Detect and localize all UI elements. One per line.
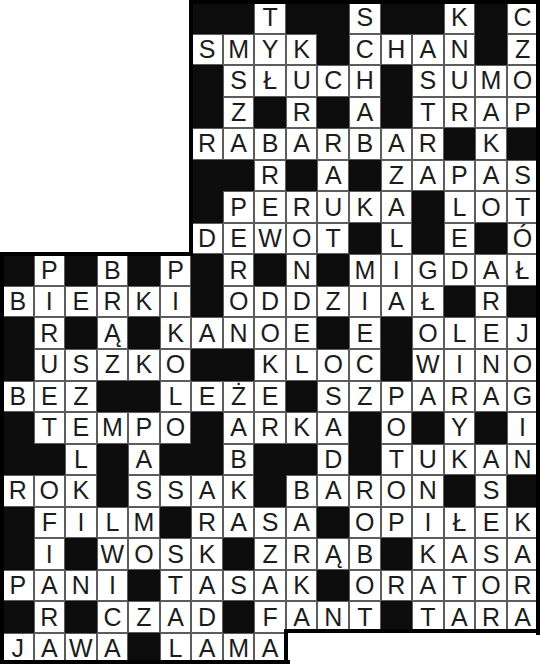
cell-r11c8[interactable]: N	[223, 317, 255, 349]
cell-r4c11	[317, 97, 349, 129]
cell-r7c14	[412, 191, 444, 223]
cell-r16c12[interactable]: R	[349, 475, 381, 507]
cell-r13c11[interactable]: S	[317, 381, 349, 413]
cell-r5c14[interactable]: R	[412, 128, 444, 160]
cell-r16c6[interactable]: S	[160, 475, 192, 507]
cell-r11c11	[317, 317, 349, 349]
cell-r4c10[interactable]: R	[286, 97, 318, 129]
cell-r2c10[interactable]: K	[286, 34, 318, 66]
cell-r15c13[interactable]: T	[381, 444, 413, 476]
cell-r20c7[interactable]: D	[191, 601, 223, 633]
cell-r8c11[interactable]: T	[317, 223, 349, 255]
cell-r13c9[interactable]: E	[254, 381, 286, 413]
cell-r13c16[interactable]: A	[475, 381, 507, 413]
cell-r17c4[interactable]: L	[97, 507, 129, 539]
cell-r15c4	[97, 444, 129, 476]
cell-r2c16	[475, 34, 507, 66]
cell-r10c14[interactable]: Ł	[412, 286, 444, 318]
cell-r19c10[interactable]: K	[286, 570, 318, 602]
cell-r10c8[interactable]: O	[223, 286, 255, 318]
cell-r15c8[interactable]: B	[223, 444, 255, 476]
cell-r14c7	[191, 412, 223, 444]
cell-r15c6	[160, 444, 192, 476]
cell-r11c13	[381, 317, 413, 349]
border-row20-bottom	[284, 629, 540, 633]
cell-r2c7[interactable]: S	[191, 34, 223, 66]
cell-r9c4[interactable]: B	[97, 254, 129, 286]
cell-r11c3	[65, 317, 97, 349]
cell-r14c13[interactable]: O	[381, 412, 413, 444]
cell-r7c7	[191, 191, 223, 223]
cell-r15c14[interactable]: U	[412, 444, 444, 476]
cell-r5c12[interactable]: B	[349, 128, 381, 160]
cell-r8c17[interactable]: Ó	[507, 223, 539, 255]
cell-r6c7	[191, 160, 223, 192]
crossword-grid: TSKCSMYKCHANZSŁUCHSUMOZRATRAPRABARBARKRA…	[2, 2, 538, 664]
cell-r14c12	[349, 412, 381, 444]
cell-r11c2[interactable]: R	[34, 317, 66, 349]
cell-r19c15[interactable]: T	[444, 570, 476, 602]
cell-r18c10[interactable]: R	[286, 538, 318, 570]
cell-r11c6[interactable]: K	[160, 317, 192, 349]
cell-r18c17[interactable]: A	[507, 538, 539, 570]
cell-r11c4[interactable]: Ą	[97, 317, 129, 349]
cell-r14c4[interactable]: M	[97, 412, 129, 444]
cell-r8c7[interactable]: D	[191, 223, 223, 255]
cell-r5c15	[444, 128, 476, 160]
border-bottom-block-top	[0, 252, 193, 256]
cell-r6c17[interactable]: S	[507, 160, 539, 192]
cell-r1c17[interactable]: C	[507, 2, 539, 34]
cell-r10c11[interactable]: Z	[317, 286, 349, 318]
cell-r13c3[interactable]: Z	[65, 381, 97, 413]
cell-r2c14[interactable]: A	[412, 34, 444, 66]
cell-r7c10[interactable]: R	[286, 191, 318, 223]
cell-r11c7[interactable]: A	[191, 317, 223, 349]
cell-r16c16[interactable]: S	[475, 475, 507, 507]
cell-r4c8[interactable]: Z	[223, 97, 255, 129]
cell-r15c10	[286, 444, 318, 476]
cell-r6c14[interactable]: A	[412, 160, 444, 192]
cell-r12c17[interactable]: O	[507, 349, 539, 381]
cell-r16c1[interactable]: R	[2, 475, 34, 507]
cell-r6c10	[286, 160, 318, 192]
cell-r12c11[interactable]: O	[317, 349, 349, 381]
cell-r13c8[interactable]: Ż	[223, 381, 255, 413]
cell-r17c5[interactable]: M	[128, 507, 160, 539]
cell-r12c6[interactable]: O	[160, 349, 192, 381]
cell-r16c7[interactable]: A	[191, 475, 223, 507]
cell-r16c9	[254, 475, 286, 507]
cell-r5c16[interactable]: K	[475, 128, 507, 160]
cell-r7c16[interactable]: O	[475, 191, 507, 223]
cell-r19c2[interactable]: A	[34, 570, 66, 602]
cell-r12c13	[381, 349, 413, 381]
cell-r12c5[interactable]: K	[128, 349, 160, 381]
cell-r18c1	[2, 538, 34, 570]
cell-r4c17[interactable]: P	[507, 97, 539, 129]
cell-r16c13[interactable]: O	[381, 475, 413, 507]
cell-r9c7	[191, 254, 223, 286]
cell-r4c9	[254, 97, 286, 129]
cell-r14c5[interactable]: P	[128, 412, 160, 444]
cell-r17c17[interactable]: K	[507, 507, 539, 539]
cell-r9c13[interactable]: I	[381, 254, 413, 286]
cell-r19c12[interactable]: O	[349, 570, 381, 602]
cell-r19c9[interactable]: A	[254, 570, 286, 602]
cell-r2c13[interactable]: H	[381, 34, 413, 66]
border-right	[536, 0, 540, 635]
cell-r18c13	[381, 538, 413, 570]
cell-r7c13[interactable]: A	[381, 191, 413, 223]
cell-r12c4[interactable]: Z	[97, 349, 129, 381]
cell-r10c4[interactable]: R	[97, 286, 129, 318]
cell-r15c5[interactable]: A	[128, 444, 160, 476]
cell-r12c16[interactable]: N	[475, 349, 507, 381]
cell-r3c11[interactable]: C	[317, 65, 349, 97]
cell-r12c12[interactable]: C	[349, 349, 381, 381]
cell-r15c7	[191, 444, 223, 476]
cell-r19c16[interactable]: O	[475, 570, 507, 602]
cell-r18c2[interactable]: I	[34, 538, 66, 570]
cell-r12c15[interactable]: I	[444, 349, 476, 381]
cell-r10c17	[507, 286, 539, 318]
cell-r15c11[interactable]: D	[317, 444, 349, 476]
cell-r17c6	[160, 507, 192, 539]
cell-r20c4[interactable]: C	[97, 601, 129, 633]
border-top-block-top	[189, 0, 540, 4]
cell-r6c8	[223, 160, 255, 192]
cell-r17c2[interactable]: F	[34, 507, 66, 539]
cell-r9c2[interactable]: P	[34, 254, 66, 286]
cell-r5c7[interactable]: R	[191, 128, 223, 160]
cell-r15c12	[349, 444, 381, 476]
cell-r10c1[interactable]: B	[2, 286, 34, 318]
cell-r9c11	[317, 254, 349, 286]
cell-r4c15[interactable]: R	[444, 97, 476, 129]
cell-r9c14[interactable]: G	[412, 254, 444, 286]
cell-r19c14[interactable]: A	[412, 570, 444, 602]
cell-r17c1	[2, 507, 34, 539]
border-row21-right	[284, 629, 288, 664]
cell-r16c17	[507, 475, 539, 507]
cell-r16c15	[444, 475, 476, 507]
cell-r18c16[interactable]: S	[475, 538, 507, 570]
cell-r13c17[interactable]: G	[507, 381, 539, 413]
cell-r9c6[interactable]: P	[160, 254, 192, 286]
cell-r11c5	[128, 317, 160, 349]
cell-r3c8[interactable]: S	[223, 65, 255, 97]
cell-r10c12[interactable]: I	[349, 286, 381, 318]
cell-r17c13[interactable]: P	[381, 507, 413, 539]
cell-r16c11[interactable]: A	[317, 475, 349, 507]
cell-r13c7[interactable]: E	[191, 381, 223, 413]
cell-r6c11[interactable]: A	[317, 160, 349, 192]
cell-r19c7[interactable]: A	[191, 570, 223, 602]
cell-r16c5[interactable]: S	[128, 475, 160, 507]
cell-r16c2[interactable]: O	[34, 475, 66, 507]
cell-r14c10[interactable]: K	[286, 412, 318, 444]
cell-r13c2[interactable]: E	[34, 381, 66, 413]
cell-r17c14[interactable]: I	[412, 507, 444, 539]
cell-r11c10[interactable]: E	[286, 317, 318, 349]
cell-r17c3[interactable]: I	[65, 507, 97, 539]
cell-r12c1	[2, 349, 34, 381]
cell-r6c9[interactable]: R	[254, 160, 286, 192]
cell-r18c8	[223, 538, 255, 570]
cell-r10c6[interactable]: I	[160, 286, 192, 318]
cell-r15c15[interactable]: K	[444, 444, 476, 476]
cell-r9c17[interactable]: Ł	[507, 254, 539, 286]
cell-r9c5	[128, 254, 160, 286]
cell-r16c14[interactable]: N	[412, 475, 444, 507]
cell-r2c15[interactable]: N	[444, 34, 476, 66]
cell-r9c1	[2, 254, 34, 286]
cell-r3c17[interactable]: O	[507, 65, 539, 97]
cell-r18c9[interactable]: Z	[254, 538, 286, 570]
border-left	[0, 252, 4, 664]
cell-r18c3	[65, 538, 97, 570]
cell-r4c12[interactable]: A	[349, 97, 381, 129]
cell-r3c9[interactable]: Ł	[254, 65, 286, 97]
cell-r17c16[interactable]: E	[475, 507, 507, 539]
cell-r1c15[interactable]: K	[444, 2, 476, 34]
cell-r10c16[interactable]: R	[475, 286, 507, 318]
cell-r1c16	[475, 2, 507, 34]
cell-r17c11	[317, 507, 349, 539]
cell-r6c13[interactable]: Z	[381, 160, 413, 192]
cell-r11c15[interactable]: L	[444, 317, 476, 349]
cell-r1c10	[286, 2, 318, 34]
cell-r5c17	[507, 128, 539, 160]
cell-r17c10[interactable]: A	[286, 507, 318, 539]
cell-r12c14[interactable]: W	[412, 349, 444, 381]
cell-r20c3	[65, 601, 97, 633]
cell-r13c12[interactable]: Z	[349, 381, 381, 413]
cell-r20c9[interactable]: F	[254, 601, 286, 633]
cell-r17c15[interactable]: Ł	[444, 507, 476, 539]
cell-r10c15	[444, 286, 476, 318]
cell-r14c8[interactable]: A	[223, 412, 255, 444]
cell-r18c6[interactable]: S	[160, 538, 192, 570]
cell-r1c7	[191, 2, 223, 34]
cell-r13c13[interactable]: P	[381, 381, 413, 413]
cell-r8c14	[412, 223, 444, 255]
cell-r16c3[interactable]: K	[65, 475, 97, 507]
cell-r15c3[interactable]: L	[65, 444, 97, 476]
cell-r18c12[interactable]: B	[349, 538, 381, 570]
cell-r9c10[interactable]: N	[286, 254, 318, 286]
border-bottom	[0, 660, 290, 664]
cell-r6c12	[349, 160, 381, 192]
cell-r5c10[interactable]: A	[286, 128, 318, 160]
cell-r9c9	[254, 254, 286, 286]
cell-r2c8[interactable]: M	[223, 34, 255, 66]
cell-r12c7	[191, 349, 223, 381]
cell-r14c6[interactable]: O	[160, 412, 192, 444]
cell-r18c14[interactable]: K	[412, 538, 444, 570]
cell-r10c3[interactable]: E	[65, 286, 97, 318]
cell-r16c8[interactable]: K	[223, 475, 255, 507]
cell-r6c15[interactable]: P	[444, 160, 476, 192]
cell-r19c3[interactable]: N	[65, 570, 97, 602]
cell-r17c12[interactable]: O	[349, 507, 381, 539]
cell-r20c8	[223, 601, 255, 633]
cell-r12c9[interactable]: K	[254, 349, 286, 381]
cell-r3c15[interactable]: U	[444, 65, 476, 97]
cell-r20c6[interactable]: A	[160, 601, 192, 633]
cell-r11c17[interactable]: J	[507, 317, 539, 349]
cell-r14c16	[475, 412, 507, 444]
cell-r9c8[interactable]: R	[223, 254, 255, 286]
cell-r4c7	[191, 97, 223, 129]
cell-r2c12[interactable]: C	[349, 34, 381, 66]
cell-r10c9[interactable]: D	[254, 286, 286, 318]
cell-r13c10	[286, 381, 318, 413]
cell-r11c16[interactable]: E	[475, 317, 507, 349]
cell-r3c13	[381, 65, 413, 97]
cell-r9c15[interactable]: D	[444, 254, 476, 286]
cell-r8c13[interactable]: L	[381, 223, 413, 255]
cell-r2c11	[317, 34, 349, 66]
cell-r14c15[interactable]: Y	[444, 412, 476, 444]
cell-r13c14[interactable]: A	[412, 381, 444, 413]
cell-r7c11[interactable]: U	[317, 191, 349, 223]
cell-r9c3	[65, 254, 97, 286]
cell-r19c5	[128, 570, 160, 602]
cell-r3c14[interactable]: S	[412, 65, 444, 97]
cell-r20c2[interactable]: R	[34, 601, 66, 633]
cell-r17c9[interactable]: S	[254, 507, 286, 539]
cell-r1c8	[223, 2, 255, 34]
cell-r12c8	[223, 349, 255, 381]
cell-r1c13	[381, 2, 413, 34]
cell-r10c5[interactable]: K	[128, 286, 160, 318]
cell-r5c13[interactable]: A	[381, 128, 413, 160]
cell-r18c7[interactable]: K	[191, 538, 223, 570]
cell-r5c11[interactable]: R	[317, 128, 349, 160]
cell-r15c1	[2, 444, 34, 476]
cell-r14c17[interactable]: I	[507, 412, 539, 444]
cell-r5c9[interactable]: B	[254, 128, 286, 160]
cell-r15c16[interactable]: A	[475, 444, 507, 476]
cell-r11c12[interactable]: E	[349, 317, 381, 349]
cell-r2c9[interactable]: Y	[254, 34, 286, 66]
cell-r19c13[interactable]: R	[381, 570, 413, 602]
cell-r10c7	[191, 286, 223, 318]
cell-r11c14[interactable]: O	[412, 317, 444, 349]
cell-r19c1[interactable]: P	[2, 570, 34, 602]
cell-r12c2[interactable]: U	[34, 349, 66, 381]
cell-r8c10[interactable]: O	[286, 223, 318, 255]
cell-r4c16[interactable]: A	[475, 97, 507, 129]
cell-r19c17[interactable]: R	[507, 570, 539, 602]
cell-r19c6[interactable]: T	[160, 570, 192, 602]
cell-r3c12[interactable]: H	[349, 65, 381, 97]
cell-r12c3[interactable]: S	[65, 349, 97, 381]
cell-r16c10[interactable]: B	[286, 475, 318, 507]
cell-r20c5[interactable]: Z	[128, 601, 160, 633]
cell-r1c9[interactable]: T	[254, 2, 286, 34]
cell-r18c11[interactable]: Ą	[317, 538, 349, 570]
cell-r13c15[interactable]: R	[444, 381, 476, 413]
cell-r4c14[interactable]: T	[412, 97, 444, 129]
cell-r15c2	[34, 444, 66, 476]
cell-r1c11	[317, 2, 349, 34]
cell-r8c12	[349, 223, 381, 255]
cell-r3c16[interactable]: M	[475, 65, 507, 97]
cell-r8c8[interactable]: E	[223, 223, 255, 255]
cell-r16c4	[97, 475, 129, 507]
cell-r10c2[interactable]: I	[34, 286, 66, 318]
cell-r6c16[interactable]: A	[475, 160, 507, 192]
cell-r15c9	[254, 444, 286, 476]
crossword-board: TSKCSMYKCHANZSŁUCHSUMOZRATRAPRABARBARKRA…	[0, 0, 540, 664]
cell-r14c14	[412, 412, 444, 444]
cell-r7c17[interactable]: T	[507, 191, 539, 223]
cell-r13c1[interactable]: B	[2, 381, 34, 413]
cell-r8c9[interactable]: W	[254, 223, 286, 255]
cell-r10c13[interactable]: A	[381, 286, 413, 318]
cell-r13c4	[97, 381, 129, 413]
cell-r14c2[interactable]: T	[34, 412, 66, 444]
cell-r18c5[interactable]: O	[128, 538, 160, 570]
cell-r13c5	[128, 381, 160, 413]
cell-r10c10[interactable]: D	[286, 286, 318, 318]
cell-r3c10[interactable]: U	[286, 65, 318, 97]
cell-r8c16	[475, 223, 507, 255]
cell-r7c9[interactable]: E	[254, 191, 286, 223]
border-top-block-left	[189, 0, 193, 256]
cell-r2c17[interactable]: Z	[507, 34, 539, 66]
cell-r7c15[interactable]: L	[444, 191, 476, 223]
cell-r4c13	[381, 97, 413, 129]
cell-r19c11	[317, 570, 349, 602]
cell-r12c10[interactable]: L	[286, 349, 318, 381]
cell-r1c12[interactable]: S	[349, 2, 381, 34]
cell-r13c6[interactable]: L	[160, 381, 192, 413]
cell-r8c15[interactable]: E	[444, 223, 476, 255]
cell-r14c11[interactable]: A	[317, 412, 349, 444]
cell-r7c12[interactable]: K	[349, 191, 381, 223]
cell-r11c9[interactable]: O	[254, 317, 286, 349]
cell-r18c4[interactable]: W	[97, 538, 129, 570]
cell-r11c1	[2, 317, 34, 349]
cell-r1c14	[412, 2, 444, 34]
cell-r15c17[interactable]: N	[507, 444, 539, 476]
cell-r20c1	[2, 601, 34, 633]
cell-r14c9[interactable]: R	[254, 412, 286, 444]
cell-r14c1	[2, 412, 34, 444]
cell-r5c8[interactable]: A	[223, 128, 255, 160]
cell-r17c8[interactable]: A	[223, 507, 255, 539]
cell-r7c8[interactable]: P	[223, 191, 255, 223]
cell-r9c12[interactable]: M	[349, 254, 381, 286]
cell-r18c15[interactable]: A	[444, 538, 476, 570]
cell-r14c3[interactable]: E	[65, 412, 97, 444]
cell-r19c8[interactable]: S	[223, 570, 255, 602]
cell-r19c4[interactable]: I	[97, 570, 129, 602]
cell-r9c16[interactable]: A	[475, 254, 507, 286]
cell-r3c7	[191, 65, 223, 97]
cell-r17c7[interactable]: R	[191, 507, 223, 539]
